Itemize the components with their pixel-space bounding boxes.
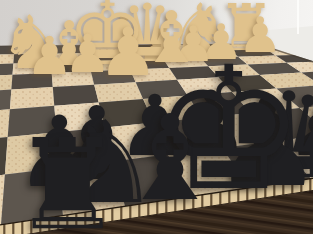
white-pawn-e2: ♟	[98, 37, 144, 75]
black-rook-f8: ♜	[12, 151, 104, 228]
pieces-layer: ♜♟♞♟♟♛♟♝♚♝♞♟♟♟♟♟♟♛♟♟♟♚♝♞♜	[0, 0, 313, 234]
white-pawn-g2: ♟	[26, 44, 62, 74]
chess-photo-scene: ♜♟♞♟♟♛♟♝♚♝♞♟♟♟♟♟♟♛♟♟♟♚♝♞♜	[0, 0, 313, 234]
